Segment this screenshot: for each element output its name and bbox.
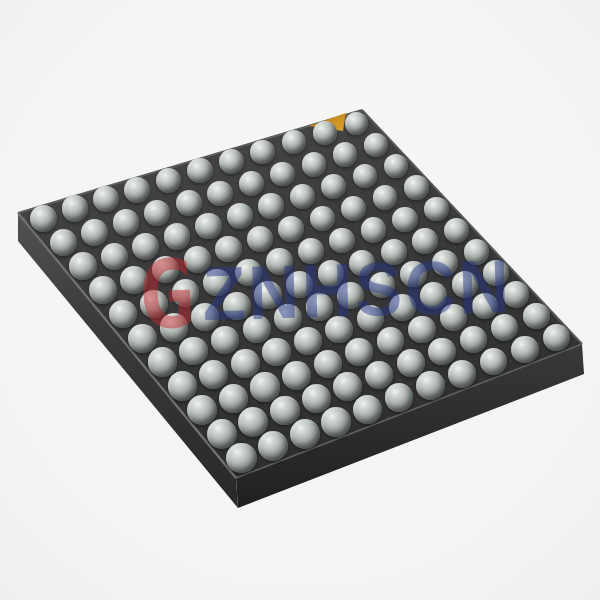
solder-ball: [428, 338, 456, 366]
solder-ball: [164, 223, 191, 250]
solder-ball: [219, 149, 244, 174]
solder-ball: [258, 193, 284, 219]
solder-ball: [373, 185, 398, 210]
ball-grid: [0, 0, 600, 600]
solder-ball: [333, 142, 357, 166]
solder-ball: [184, 246, 211, 273]
solder-ball: [361, 217, 387, 243]
solder-ball: [172, 279, 200, 307]
solder-ball: [448, 360, 476, 388]
solder-ball: [187, 395, 217, 425]
solder-ball: [211, 326, 239, 354]
solder-ball: [250, 372, 279, 401]
solder-ball: [345, 112, 368, 135]
solder-ball: [543, 324, 570, 351]
solder-ball: [313, 121, 337, 145]
solder-ball: [235, 259, 262, 286]
solder-ball: [227, 203, 253, 229]
solder-ball: [444, 218, 469, 243]
solder-ball: [262, 338, 290, 366]
solder-ball: [523, 303, 550, 330]
chip-photo: G ZNHSCN: [0, 0, 600, 600]
solder-ball: [452, 271, 478, 297]
solder-ball: [282, 361, 311, 390]
solder-ball: [128, 324, 157, 353]
solder-ball: [231, 349, 260, 378]
solder-ball: [480, 348, 508, 376]
solder-ball: [294, 327, 322, 355]
solder-ball: [226, 443, 257, 474]
solder-ball: [408, 316, 435, 343]
solder-ball: [345, 338, 373, 366]
solder-ball: [187, 158, 212, 183]
solder-ball: [290, 184, 315, 209]
solder-ball: [377, 327, 405, 355]
solder-ball: [81, 219, 108, 246]
solder-ball: [384, 154, 408, 178]
solder-ball: [223, 292, 251, 320]
solder-ball: [353, 164, 377, 188]
solder-ball: [302, 152, 326, 176]
solder-ball: [203, 269, 230, 296]
solder-ball: [69, 252, 97, 280]
solder-ball: [207, 181, 233, 207]
solder-ball: [424, 197, 449, 222]
solder-ball: [400, 261, 426, 287]
solder-ball: [337, 282, 364, 309]
solder-ball: [318, 260, 345, 287]
solder-ball: [321, 174, 346, 199]
solder-ball: [389, 294, 416, 321]
solder-ball: [30, 205, 57, 232]
solder-ball: [365, 361, 393, 389]
solder-ball: [416, 371, 444, 399]
solder-ball: [140, 290, 168, 318]
solder-ball: [113, 209, 140, 236]
solder-ball: [274, 304, 302, 332]
solder-ball: [239, 171, 264, 196]
solder-ball: [176, 190, 202, 216]
solder-ball: [298, 238, 324, 264]
solder-ball: [321, 407, 351, 437]
solder-ball: [258, 431, 288, 461]
solder-ball: [314, 350, 342, 378]
solder-ball: [357, 305, 384, 332]
solder-ball: [369, 272, 396, 299]
solder-ball: [325, 316, 353, 344]
solder-ball: [364, 133, 388, 157]
solder-ball: [420, 282, 447, 309]
solder-ball: [101, 243, 128, 270]
solder-ball: [62, 195, 89, 222]
solder-ball: [397, 349, 425, 377]
solder-ball: [483, 260, 509, 286]
solder-ball: [89, 276, 117, 304]
solder-ball: [404, 175, 428, 199]
solder-ball: [290, 419, 320, 449]
solder-ball: [254, 281, 281, 308]
solder-ball: [215, 236, 242, 263]
solder-ball: [191, 303, 219, 331]
solder-ball: [329, 228, 355, 254]
solder-ball: [460, 326, 487, 353]
solder-ball: [310, 206, 336, 232]
solder-ball: [270, 162, 295, 187]
solder-ball: [195, 213, 221, 239]
solder-ball: [491, 314, 518, 341]
solder-ball: [392, 207, 417, 232]
solder-ball: [250, 140, 274, 164]
solder-ball: [282, 130, 306, 154]
solder-ball: [432, 250, 458, 276]
solder-ball: [124, 177, 150, 203]
solder-ball: [286, 271, 313, 298]
solder-ball: [278, 216, 304, 242]
solder-ball: [120, 266, 148, 294]
solder-ball: [50, 229, 77, 256]
solder-ball: [144, 200, 170, 226]
solder-ball: [179, 337, 208, 366]
solder-ball: [156, 168, 182, 194]
solder-ball: [199, 360, 228, 389]
solder-ball: [349, 250, 375, 276]
solder-ball: [385, 383, 414, 412]
solder-ball: [464, 239, 490, 265]
solder-ball: [412, 228, 438, 254]
solder-ball: [152, 256, 179, 283]
solder-ball: [243, 315, 271, 343]
solder-ball: [132, 233, 159, 260]
solder-ball: [306, 293, 333, 320]
solder-ball: [109, 300, 137, 328]
solder-ball: [503, 281, 529, 307]
solder-ball: [353, 395, 382, 424]
solder-ball: [440, 304, 467, 331]
solder-ball: [247, 226, 273, 252]
solder-ball: [266, 248, 293, 275]
solder-ball: [511, 336, 538, 363]
solder-ball: [472, 293, 499, 320]
solder-ball: [160, 313, 188, 341]
solder-ball: [168, 371, 198, 401]
solder-ball: [93, 186, 119, 212]
solder-ball: [333, 372, 362, 401]
solder-ball: [148, 347, 177, 376]
solder-ball: [270, 396, 300, 426]
solder-ball: [381, 239, 407, 265]
solder-ball: [341, 196, 366, 221]
